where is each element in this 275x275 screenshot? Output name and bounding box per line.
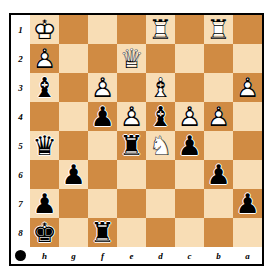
rank-label-6: 6 <box>11 160 30 189</box>
square-e4: ♟♙ <box>117 102 146 131</box>
black-pawn: ♟ <box>204 160 233 189</box>
file-label-h: h <box>30 247 59 264</box>
rank-label-7: 7 <box>11 189 30 218</box>
square-c7 <box>175 189 204 218</box>
black-rook: ♜ <box>88 218 117 247</box>
black-rook: ♜ <box>117 131 146 160</box>
square-b4: ♟♙ <box>204 102 233 131</box>
square-g8 <box>59 218 88 247</box>
square-h3: ♝ <box>30 73 59 102</box>
white-queen: ♛♕ <box>117 44 146 73</box>
square-g5 <box>59 131 88 160</box>
square-e3 <box>117 73 146 102</box>
square-c2 <box>175 44 204 73</box>
square-c1 <box>175 15 204 44</box>
square-a6 <box>233 160 262 189</box>
square-d2 <box>146 44 175 73</box>
square-d8 <box>146 218 175 247</box>
square-e1 <box>117 15 146 44</box>
square-a3: ♟♙ <box>233 73 262 102</box>
square-f4: ♟ <box>88 102 117 131</box>
file-label-d: d <box>146 247 175 264</box>
chess-diagram: 1♚♔♜♖♜♖2♟♙♛♕3♝♟♙♝♗♟♙4♟♟♙♝♟♙♟♙5♛♜♞♘♟6♟♟7♟… <box>0 0 275 275</box>
square-c8 <box>175 218 204 247</box>
square-a1 <box>233 15 262 44</box>
file-label-c: c <box>175 247 204 264</box>
square-c6 <box>175 160 204 189</box>
square-b7 <box>204 189 233 218</box>
rank-label-4: 4 <box>11 102 30 131</box>
square-f6 <box>88 160 117 189</box>
square-b2 <box>204 44 233 73</box>
square-e2: ♛♕ <box>117 44 146 73</box>
rank-label-5: 5 <box>11 131 30 160</box>
rank-label-2: 2 <box>11 44 30 73</box>
white-pawn: ♟♙ <box>88 73 117 102</box>
square-c4: ♟♙ <box>175 102 204 131</box>
square-f1 <box>88 15 117 44</box>
square-a4 <box>233 102 262 131</box>
black-bishop: ♝ <box>30 73 59 102</box>
square-f2 <box>88 44 117 73</box>
square-c3 <box>175 73 204 102</box>
black-pawn: ♟ <box>175 131 204 160</box>
file-label-a: a <box>233 247 262 264</box>
square-e8 <box>117 218 146 247</box>
white-king: ♚♔ <box>30 15 59 44</box>
file-label-e: e <box>117 247 146 264</box>
square-f3: ♟♙ <box>88 73 117 102</box>
square-d3: ♝♗ <box>146 73 175 102</box>
black-bishop: ♝ <box>146 102 175 131</box>
white-pawn: ♟♙ <box>30 44 59 73</box>
square-b6: ♟ <box>204 160 233 189</box>
file-label-f: f <box>88 247 117 264</box>
square-g1 <box>59 15 88 44</box>
white-bishop: ♝♗ <box>146 73 175 102</box>
rank-label-8: 8 <box>11 218 30 247</box>
square-h4 <box>30 102 59 131</box>
square-a2 <box>233 44 262 73</box>
chess-board: 1♚♔♜♖♜♖2♟♙♛♕3♝♟♙♝♗♟♙4♟♟♙♝♟♙♟♙5♛♜♞♘♟6♟♟7♟… <box>11 15 262 264</box>
black-pawn: ♟ <box>30 189 59 218</box>
square-a7: ♟ <box>233 189 262 218</box>
file-label-g: g <box>59 247 88 264</box>
square-f7 <box>88 189 117 218</box>
square-g6: ♟ <box>59 160 88 189</box>
square-f8: ♜ <box>88 218 117 247</box>
black-pawn: ♟ <box>88 102 117 131</box>
square-g7 <box>59 189 88 218</box>
white-rook: ♜♖ <box>204 15 233 44</box>
white-rook: ♜♖ <box>146 15 175 44</box>
square-f5 <box>88 131 117 160</box>
square-b5 <box>204 131 233 160</box>
black-pawn: ♟ <box>233 189 262 218</box>
square-d5: ♞♘ <box>146 131 175 160</box>
white-pawn: ♟♙ <box>117 102 146 131</box>
square-c5: ♟ <box>175 131 204 160</box>
square-d7 <box>146 189 175 218</box>
board-frame: 1♚♔♜♖♜♖2♟♙♛♕3♝♟♙♝♗♟♙4♟♟♙♝♟♙♟♙5♛♜♞♘♟6♟♟7♟… <box>9 13 264 266</box>
square-e6 <box>117 160 146 189</box>
square-b3 <box>204 73 233 102</box>
square-b8 <box>204 218 233 247</box>
square-h8: ♚ <box>30 218 59 247</box>
square-h6 <box>30 160 59 189</box>
square-d4: ♝ <box>146 102 175 131</box>
white-pawn: ♟♙ <box>175 102 204 131</box>
square-d6 <box>146 160 175 189</box>
side-to-move-cell <box>11 247 30 264</box>
square-b1: ♜♖ <box>204 15 233 44</box>
white-knight: ♞♘ <box>146 131 175 160</box>
square-h5: ♛ <box>30 131 59 160</box>
rank-label-3: 3 <box>11 73 30 102</box>
black-queen: ♛ <box>30 131 59 160</box>
square-h2: ♟♙ <box>30 44 59 73</box>
rank-label-1: 1 <box>11 15 30 44</box>
white-pawn: ♟♙ <box>204 102 233 131</box>
square-a5 <box>233 131 262 160</box>
file-label-b: b <box>204 247 233 264</box>
square-e7 <box>117 189 146 218</box>
black-king: ♚ <box>30 218 59 247</box>
square-d1: ♜♖ <box>146 15 175 44</box>
square-a8 <box>233 218 262 247</box>
black-to-move-indicator <box>15 250 26 261</box>
square-g2 <box>59 44 88 73</box>
square-e5: ♜ <box>117 131 146 160</box>
white-pawn: ♟♙ <box>233 73 262 102</box>
square-g3 <box>59 73 88 102</box>
square-h1: ♚♔ <box>30 15 59 44</box>
black-pawn: ♟ <box>59 160 88 189</box>
square-h7: ♟ <box>30 189 59 218</box>
square-g4 <box>59 102 88 131</box>
